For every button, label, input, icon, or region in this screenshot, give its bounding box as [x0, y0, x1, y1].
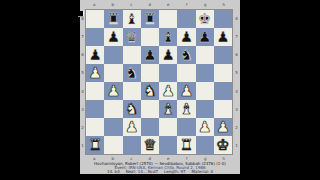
square-c3: ♞	[123, 100, 141, 118]
piece-black-rook: ♜	[107, 12, 120, 27]
square-c7: ♛	[123, 28, 141, 46]
square-f1: ♜	[177, 136, 195, 154]
rank-label-2: 2	[234, 125, 239, 130]
rank-label-4: 4	[234, 89, 239, 94]
square-e7: ♝	[159, 28, 177, 46]
square-a2	[86, 118, 104, 136]
piece-white-pawn: ♟	[125, 120, 138, 135]
piece-white-knight: ♞	[125, 102, 138, 117]
square-c8: ♝	[123, 10, 141, 28]
square-g6	[196, 46, 214, 64]
piece-white-bishop: ♝	[161, 102, 174, 117]
square-h3	[214, 100, 232, 118]
square-e3: ♝	[159, 100, 177, 118]
rank-label-3: 3	[234, 107, 239, 112]
file-label-b: b	[104, 2, 123, 8]
square-b5	[104, 64, 122, 82]
square-a5: ♟	[86, 64, 104, 82]
piece-white-king: ♚	[216, 138, 229, 153]
square-f4: ♟	[177, 82, 195, 100]
piece-white-queen: ♛	[143, 138, 156, 153]
piece-black-pawn: ♟	[143, 48, 156, 63]
piece-black-knight: ♞	[125, 66, 138, 81]
square-d6: ♟	[141, 46, 159, 64]
file-label-a: a	[85, 2, 104, 8]
square-f5	[177, 64, 195, 82]
rank-label-8: 8	[234, 16, 239, 21]
square-b7: ♟	[104, 28, 122, 46]
file-label-h: h	[215, 2, 234, 8]
square-a7	[86, 28, 104, 46]
piece-black-pawn: ♟	[198, 30, 211, 45]
square-a3	[86, 100, 104, 118]
square-d7	[141, 28, 159, 46]
piece-white-pawn: ♟	[107, 84, 120, 99]
square-g5	[196, 64, 214, 82]
file-label-c: c	[122, 2, 141, 8]
piece-black-bishop: ♝	[161, 30, 174, 45]
caption-next-move: Next: 14... Ncd7	[126, 169, 158, 174]
square-f7: ♟	[177, 28, 195, 46]
square-h5	[214, 64, 232, 82]
square-f8	[177, 10, 195, 28]
rank-label-1: 1	[234, 143, 239, 148]
square-c1	[123, 136, 141, 154]
square-a8	[86, 10, 104, 28]
square-e1	[159, 136, 177, 154]
caption-status: 14. b4Next: 14... Ncd7Length: 97Material…	[80, 170, 240, 174]
square-d3	[141, 100, 159, 118]
caption-material: Material: 0	[192, 169, 213, 174]
square-g2: ♟	[196, 118, 214, 136]
square-a4	[86, 82, 104, 100]
rank-label-7: 7	[234, 34, 239, 39]
square-c5: ♞	[123, 64, 141, 82]
square-f2	[177, 118, 195, 136]
square-h6	[214, 46, 232, 64]
piece-black-pawn: ♟	[180, 30, 193, 45]
piece-white-rook: ♜	[180, 138, 193, 153]
square-e6: ♟	[159, 46, 177, 64]
square-a1: ♜	[86, 136, 104, 154]
file-label-e: e	[159, 2, 178, 8]
caption: Hovhannisyan, Robert (2570) — Sevdibabov…	[80, 162, 240, 174]
square-d1: ♛	[141, 136, 159, 154]
square-g1	[196, 136, 214, 154]
rank-labels-right: 87654321	[234, 9, 239, 155]
piece-black-rook: ♜	[143, 12, 156, 27]
piece-white-pawn: ♟	[161, 84, 174, 99]
piece-white-pawn: ♟	[198, 120, 211, 135]
chess-diagram-panel: abcdefgh 87654321 ♜♝♜♚♟♛♝♟♟♟♟♟♟♞♟♞♟♞♟♟♞♝…	[80, 0, 240, 174]
square-e2	[159, 118, 177, 136]
rank-label-5: 5	[234, 70, 239, 75]
chess-board: ♜♝♜♚♟♛♝♟♟♟♟♟♟♞♟♞♟♞♟♟♞♝♝♟♟♟♜♛♜♚	[85, 9, 233, 155]
piece-white-knight: ♞	[143, 84, 156, 99]
file-labels-top: abcdefgh	[85, 2, 233, 8]
square-d2	[141, 118, 159, 136]
piece-white-pawn: ♟	[88, 66, 101, 81]
piece-black-queen: ♛	[125, 30, 138, 45]
piece-black-pawn: ♟	[88, 48, 101, 63]
square-e4: ♟	[159, 82, 177, 100]
square-g8: ♚	[196, 10, 214, 28]
caption-length: Length: 97	[164, 169, 186, 174]
piece-black-knight: ♞	[180, 48, 193, 63]
piece-black-pawn: ♟	[161, 48, 174, 63]
piece-black-bishop: ♝	[125, 12, 138, 27]
square-b8: ♜	[104, 10, 122, 28]
square-c6	[123, 46, 141, 64]
file-label-g: g	[196, 2, 215, 8]
square-b4: ♟	[104, 82, 122, 100]
caption-last-move: 14. b4	[107, 169, 120, 174]
square-c2: ♟	[123, 118, 141, 136]
square-c4	[123, 82, 141, 100]
square-d8: ♜	[141, 10, 159, 28]
square-e8	[159, 10, 177, 28]
square-h7: ♟	[214, 28, 232, 46]
square-d4: ♞	[141, 82, 159, 100]
square-h4	[214, 82, 232, 100]
square-g4	[196, 82, 214, 100]
piece-white-pawn: ♟	[216, 120, 229, 135]
square-a6: ♟	[86, 46, 104, 64]
square-g3	[196, 100, 214, 118]
square-e5	[159, 64, 177, 82]
square-h1: ♚	[214, 136, 232, 154]
square-b3	[104, 100, 122, 118]
rank-label-6: 6	[234, 52, 239, 57]
piece-white-rook: ♜	[88, 138, 101, 153]
piece-white-bishop: ♝	[180, 102, 193, 117]
piece-black-king: ♚	[198, 12, 211, 27]
square-b6	[104, 46, 122, 64]
square-f3: ♝	[177, 100, 195, 118]
square-d5	[141, 64, 159, 82]
square-b1	[104, 136, 122, 154]
piece-white-pawn: ♟	[180, 84, 193, 99]
file-label-d: d	[141, 2, 160, 8]
file-label-f: f	[178, 2, 197, 8]
square-f6: ♞	[177, 46, 195, 64]
square-b2	[104, 118, 122, 136]
video-frame: abcdefgh 87654321 ♜♝♜♚♟♛♝♟♟♟♟♟♟♞♟♞♟♞♟♟♞♝…	[0, 0, 320, 180]
square-h2: ♟	[214, 118, 232, 136]
square-g7: ♟	[196, 28, 214, 46]
piece-black-pawn: ♟	[216, 30, 229, 45]
piece-black-pawn: ♟	[107, 30, 120, 45]
black-to-move-indicator	[78, 11, 84, 17]
square-h8	[214, 10, 232, 28]
